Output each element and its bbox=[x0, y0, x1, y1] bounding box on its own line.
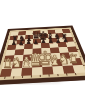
chess-set-photo: ♜♞♝♛♚♝♞♜♟♟♟♟♟♟♟♟♟♟♟♟♟♟♟♟♜♞♝♛♚♝♞♜ bbox=[0, 0, 85, 85]
board-frame bbox=[0, 27, 85, 80]
chess-board bbox=[0, 6, 85, 81]
